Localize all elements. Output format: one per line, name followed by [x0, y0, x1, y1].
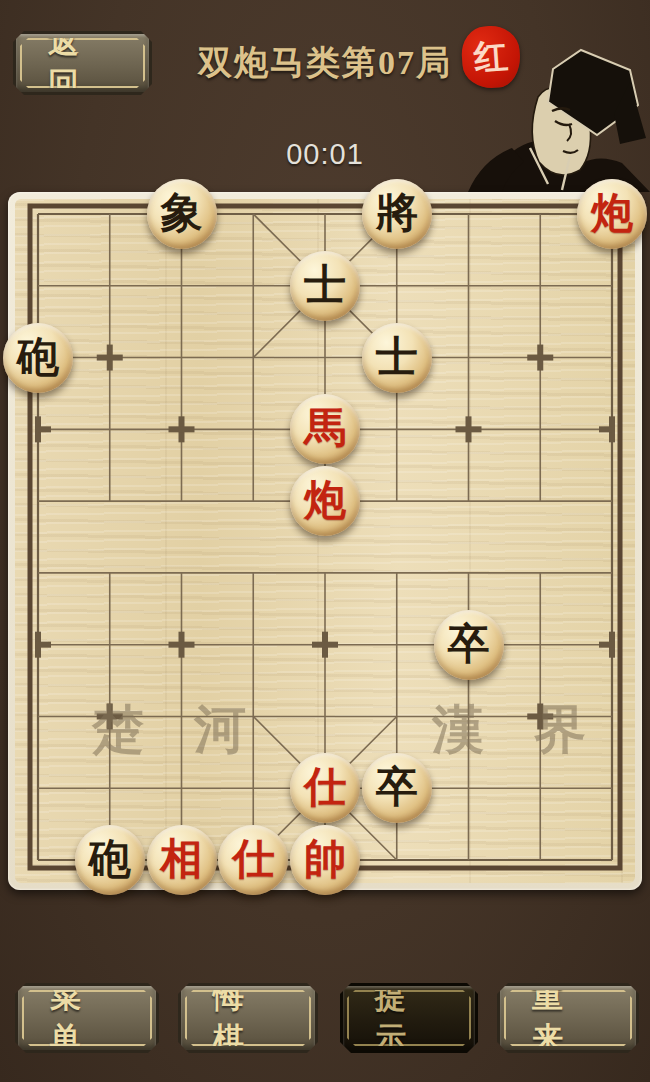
back-button-label: 返回: [20, 38, 145, 88]
piece-character: 象: [161, 192, 203, 234]
piece-character: 仕: [304, 766, 346, 808]
scholar-portrait-illustration: [468, 42, 650, 192]
puzzle-title: 双炮马类第07局: [155, 40, 495, 86]
piece-character: 炮: [591, 192, 633, 234]
piece-red-馬[interactable]: 馬: [290, 394, 360, 464]
restart-button[interactable]: 重来: [497, 983, 639, 1053]
piece-red-炮[interactable]: 炮: [290, 466, 360, 536]
piece-character: 馬: [304, 407, 346, 449]
piece-character: 卒: [376, 766, 418, 808]
river-label-han-jie: 漢界: [432, 697, 636, 763]
menu-button[interactable]: 菜单: [15, 983, 159, 1053]
piece-black-卒[interactable]: 卒: [362, 753, 432, 823]
hint-button-label: 提示: [347, 990, 471, 1046]
game-timer: 00:01: [240, 138, 410, 171]
river-label-chu-he: 楚河: [92, 697, 296, 763]
menu-button-label: 菜单: [22, 990, 152, 1046]
piece-black-士[interactable]: 士: [290, 251, 360, 321]
piece-black-砲[interactable]: 砲: [3, 323, 73, 393]
piece-red-炮[interactable]: 炮: [577, 179, 647, 249]
piece-character: 仕: [232, 838, 274, 880]
piece-character: 將: [376, 192, 418, 234]
piece-character: 士: [304, 264, 346, 306]
piece-black-卒[interactable]: 卒: [434, 610, 504, 680]
piece-character: 帥: [304, 838, 346, 880]
piece-character: 士: [376, 336, 418, 378]
game-screen: 返回 双炮马类第07局 红 00:01 楚河 漢界 象將炮士砲士馬炮卒仕卒砲相仕…: [0, 0, 650, 1082]
piece-character: 炮: [304, 479, 346, 521]
restart-button-label: 重来: [504, 990, 632, 1046]
piece-black-士[interactable]: 士: [362, 323, 432, 393]
piece-black-將[interactable]: 將: [362, 179, 432, 249]
piece-red-帥[interactable]: 帥: [290, 825, 360, 895]
piece-red-仕[interactable]: 仕: [290, 753, 360, 823]
back-button[interactable]: 返回: [13, 31, 152, 95]
piece-character: 卒: [448, 623, 490, 665]
piece-character: 砲: [17, 336, 59, 378]
piece-red-仕[interactable]: 仕: [218, 825, 288, 895]
hint-button[interactable]: 提示: [340, 983, 478, 1053]
piece-red-相[interactable]: 相: [147, 825, 217, 895]
undo-move-button[interactable]: 悔棋: [178, 983, 318, 1053]
piece-black-砲[interactable]: 砲: [75, 825, 145, 895]
undo-button-label: 悔棋: [185, 990, 311, 1046]
piece-character: 砲: [89, 838, 131, 880]
piece-character: 相: [161, 838, 203, 880]
piece-black-象[interactable]: 象: [147, 179, 217, 249]
